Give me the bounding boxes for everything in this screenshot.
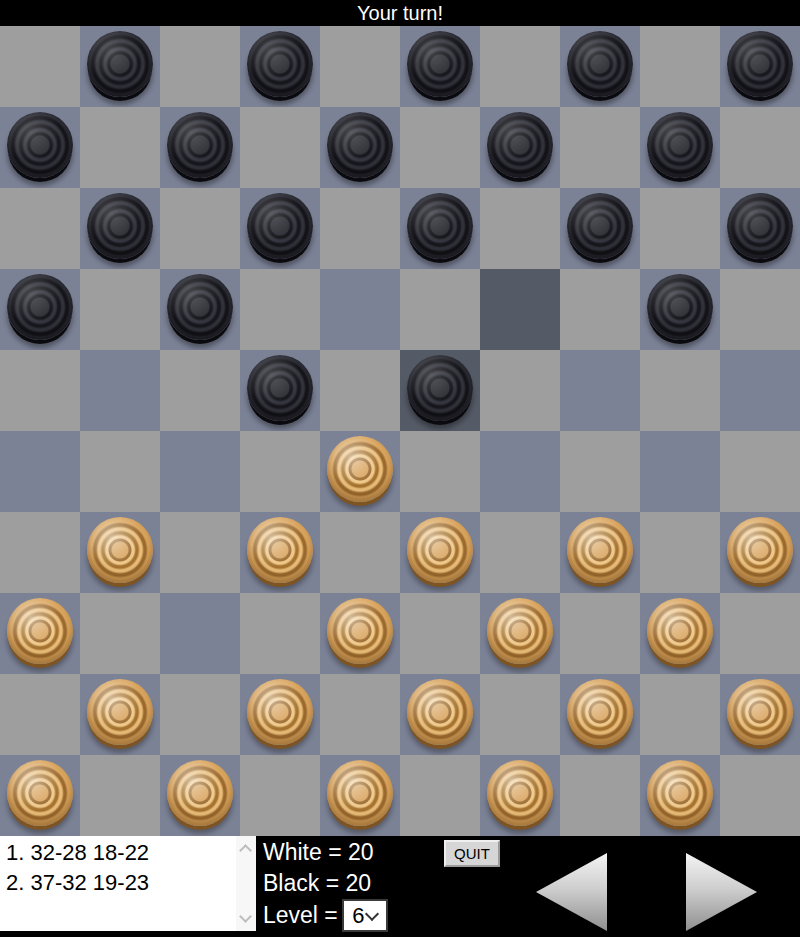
light-square xyxy=(160,188,240,269)
square-26[interactable] xyxy=(0,431,80,512)
light-square xyxy=(0,512,80,593)
light-square xyxy=(640,674,720,755)
light-square xyxy=(640,350,720,431)
square-17[interactable] xyxy=(160,269,240,350)
white-piece[interactable] xyxy=(487,760,553,826)
light-square xyxy=(400,431,480,512)
square-34[interactable] xyxy=(560,512,640,593)
light-square xyxy=(320,350,400,431)
move-line: 1. 32-28 18-22 xyxy=(6,838,236,868)
light-square xyxy=(160,674,240,755)
black-piece[interactable] xyxy=(7,112,73,178)
square-47[interactable] xyxy=(160,755,240,836)
square-48[interactable] xyxy=(320,755,400,836)
white-piece[interactable] xyxy=(647,760,713,826)
white-piece[interactable] xyxy=(7,760,73,826)
prev-move-button[interactable] xyxy=(536,853,607,931)
light-square xyxy=(0,674,80,755)
light-square xyxy=(240,755,320,836)
white-count: White = 20 xyxy=(263,837,388,868)
square-7[interactable] xyxy=(160,107,240,188)
square-23[interactable] xyxy=(400,350,480,431)
black-piece[interactable] xyxy=(727,193,793,259)
square-43[interactable] xyxy=(400,674,480,755)
light-square xyxy=(80,107,160,188)
square-37[interactable] xyxy=(160,593,240,674)
square-13[interactable] xyxy=(400,188,480,269)
move-list[interactable]: 1. 32-28 18-22 2. 37-32 19-23 xyxy=(0,836,256,931)
square-41[interactable] xyxy=(80,674,160,755)
white-piece[interactable] xyxy=(567,517,633,583)
white-piece[interactable] xyxy=(327,436,393,502)
scroll-up-icon[interactable] xyxy=(239,844,252,857)
white-piece[interactable] xyxy=(407,679,473,745)
white-piece[interactable] xyxy=(247,679,313,745)
square-27[interactable] xyxy=(160,431,240,512)
black-count: Black = 20 xyxy=(263,868,388,899)
black-piece[interactable] xyxy=(167,112,233,178)
white-piece[interactable] xyxy=(327,760,393,826)
square-32[interactable] xyxy=(240,512,320,593)
light-square xyxy=(320,188,400,269)
square-15[interactable] xyxy=(720,188,800,269)
black-piece[interactable] xyxy=(487,112,553,178)
white-piece[interactable] xyxy=(727,679,793,745)
scroll-down-icon[interactable] xyxy=(239,910,252,923)
black-piece[interactable] xyxy=(567,31,633,97)
square-6[interactable] xyxy=(0,107,80,188)
black-piece[interactable] xyxy=(647,274,713,340)
light-square xyxy=(0,26,80,107)
light-square xyxy=(160,350,240,431)
status-bar: Your turn! xyxy=(0,0,800,26)
square-1[interactable] xyxy=(80,26,160,107)
light-square xyxy=(320,26,400,107)
square-10[interactable] xyxy=(640,107,720,188)
square-14[interactable] xyxy=(560,188,640,269)
bottom-panel: 1. 32-28 18-22 2. 37-32 19-23 White = 20… xyxy=(0,836,800,937)
level-select[interactable]: 6 xyxy=(342,899,388,932)
square-42[interactable] xyxy=(240,674,320,755)
square-38[interactable] xyxy=(320,593,400,674)
move-line: 2. 37-32 19-23 xyxy=(6,868,236,898)
black-piece[interactable] xyxy=(567,193,633,259)
square-30[interactable] xyxy=(640,431,720,512)
light-square xyxy=(160,26,240,107)
next-move-button[interactable] xyxy=(686,853,757,931)
light-square xyxy=(320,674,400,755)
light-square xyxy=(560,593,640,674)
light-square xyxy=(560,107,640,188)
square-46[interactable] xyxy=(0,755,80,836)
square-49[interactable] xyxy=(480,755,560,836)
black-piece[interactable] xyxy=(407,31,473,97)
square-20[interactable] xyxy=(640,269,720,350)
level-value: 6 xyxy=(352,903,364,929)
turn-indicator: Your turn! xyxy=(357,2,443,25)
white-piece[interactable] xyxy=(7,598,73,664)
black-piece[interactable] xyxy=(247,193,313,259)
white-piece[interactable] xyxy=(487,598,553,664)
light-square xyxy=(400,593,480,674)
black-piece[interactable] xyxy=(87,31,153,97)
light-square xyxy=(240,107,320,188)
white-piece[interactable] xyxy=(87,679,153,745)
light-square xyxy=(480,350,560,431)
black-piece[interactable] xyxy=(327,112,393,178)
black-piece[interactable] xyxy=(727,31,793,97)
light-square xyxy=(400,269,480,350)
light-square xyxy=(480,512,560,593)
light-square xyxy=(720,593,800,674)
square-2[interactable] xyxy=(240,26,320,107)
square-50[interactable] xyxy=(640,755,720,836)
square-5[interactable] xyxy=(720,26,800,107)
black-piece[interactable] xyxy=(407,193,473,259)
draughts-board xyxy=(0,26,800,836)
game-status-block: White = 20 Black = 20 Level = 6 xyxy=(263,837,388,932)
level-label: Level = xyxy=(263,902,338,929)
square-45[interactable] xyxy=(720,674,800,755)
square-36[interactable] xyxy=(0,593,80,674)
light-square xyxy=(640,512,720,593)
white-piece[interactable] xyxy=(167,760,233,826)
light-square xyxy=(560,755,640,836)
light-square xyxy=(560,431,640,512)
black-piece[interactable] xyxy=(167,274,233,340)
square-24[interactable] xyxy=(560,350,640,431)
light-square xyxy=(0,350,80,431)
light-square xyxy=(400,107,480,188)
light-square xyxy=(400,755,480,836)
black-piece[interactable] xyxy=(647,112,713,178)
light-square xyxy=(0,188,80,269)
square-21[interactable] xyxy=(80,350,160,431)
square-9[interactable] xyxy=(480,107,560,188)
quit-button[interactable]: QUIT xyxy=(444,840,500,867)
light-square xyxy=(480,26,560,107)
light-square xyxy=(80,593,160,674)
light-square xyxy=(240,431,320,512)
move-list-text: 1. 32-28 18-22 2. 37-32 19-23 xyxy=(0,836,236,931)
light-square xyxy=(480,188,560,269)
square-8[interactable] xyxy=(320,107,400,188)
square-39[interactable] xyxy=(480,593,560,674)
square-22[interactable] xyxy=(240,350,320,431)
square-29[interactable] xyxy=(480,431,560,512)
light-square xyxy=(560,269,640,350)
light-square xyxy=(240,269,320,350)
black-piece[interactable] xyxy=(7,274,73,340)
black-piece[interactable] xyxy=(247,31,313,97)
square-28[interactable] xyxy=(320,431,400,512)
square-35[interactable] xyxy=(720,512,800,593)
light-square xyxy=(80,269,160,350)
white-piece[interactable] xyxy=(407,517,473,583)
light-square xyxy=(80,431,160,512)
light-square xyxy=(720,755,800,836)
chevron-down-icon xyxy=(365,906,379,920)
light-square xyxy=(640,26,720,107)
square-19[interactable] xyxy=(480,269,560,350)
square-40[interactable] xyxy=(640,593,720,674)
square-18[interactable] xyxy=(320,269,400,350)
square-12[interactable] xyxy=(240,188,320,269)
white-piece[interactable] xyxy=(567,679,633,745)
square-31[interactable] xyxy=(80,512,160,593)
light-square xyxy=(480,674,560,755)
light-square xyxy=(720,107,800,188)
black-piece[interactable] xyxy=(407,355,473,421)
light-square xyxy=(720,431,800,512)
white-piece[interactable] xyxy=(87,517,153,583)
square-33[interactable] xyxy=(400,512,480,593)
square-25[interactable] xyxy=(720,350,800,431)
light-square xyxy=(720,269,800,350)
square-3[interactable] xyxy=(400,26,480,107)
light-square xyxy=(80,755,160,836)
square-4[interactable] xyxy=(560,26,640,107)
square-11[interactable] xyxy=(80,188,160,269)
square-16[interactable] xyxy=(0,269,80,350)
white-piece[interactable] xyxy=(727,517,793,583)
white-piece[interactable] xyxy=(247,517,313,583)
move-list-scrollbar[interactable] xyxy=(236,836,256,931)
light-square xyxy=(320,512,400,593)
light-square xyxy=(240,593,320,674)
square-44[interactable] xyxy=(560,674,640,755)
black-piece[interactable] xyxy=(247,355,313,421)
light-square xyxy=(640,188,720,269)
black-piece[interactable] xyxy=(87,193,153,259)
white-piece[interactable] xyxy=(327,598,393,664)
light-square xyxy=(160,512,240,593)
white-piece[interactable] xyxy=(647,598,713,664)
